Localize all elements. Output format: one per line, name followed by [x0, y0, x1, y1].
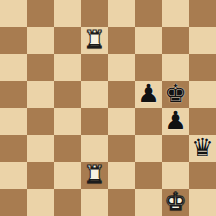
square-h2[interactable] — [189, 162, 216, 189]
square-b2[interactable] — [27, 162, 54, 189]
square-e2[interactable] — [108, 162, 135, 189]
square-f5[interactable]: ♟ — [135, 81, 162, 108]
square-a4[interactable] — [0, 108, 27, 135]
square-a7[interactable] — [0, 27, 27, 54]
square-b1[interactable] — [27, 189, 54, 216]
square-e6[interactable] — [108, 54, 135, 81]
square-b8[interactable] — [27, 0, 54, 27]
square-c8[interactable] — [54, 0, 81, 27]
square-b7[interactable] — [27, 27, 54, 54]
square-a2[interactable] — [0, 162, 27, 189]
square-h8[interactable] — [189, 0, 216, 27]
square-c5[interactable] — [54, 81, 81, 108]
piece-white-king-g1[interactable]: ♚ — [164, 188, 186, 215]
square-b3[interactable] — [27, 135, 54, 162]
square-e4[interactable] — [108, 108, 135, 135]
square-c4[interactable] — [54, 108, 81, 135]
square-h7[interactable] — [189, 27, 216, 54]
square-b5[interactable] — [27, 81, 54, 108]
square-g3[interactable] — [162, 135, 189, 162]
square-h3[interactable]: ♛ — [189, 135, 216, 162]
square-g2[interactable] — [162, 162, 189, 189]
square-c3[interactable] — [54, 135, 81, 162]
square-g8[interactable] — [162, 0, 189, 27]
piece-white-rook-d2[interactable]: ♜ — [83, 161, 105, 188]
square-d1[interactable] — [81, 189, 108, 216]
square-h5[interactable] — [189, 81, 216, 108]
square-d5[interactable] — [81, 81, 108, 108]
square-g4[interactable]: ♟ — [162, 108, 189, 135]
square-f6[interactable] — [135, 54, 162, 81]
piece-black-pawn-g4[interactable]: ♟ — [164, 107, 186, 134]
square-c7[interactable] — [54, 27, 81, 54]
square-a6[interactable] — [0, 54, 27, 81]
square-b4[interactable] — [27, 108, 54, 135]
square-a8[interactable] — [0, 0, 27, 27]
square-f1[interactable] — [135, 189, 162, 216]
square-e1[interactable] — [108, 189, 135, 216]
square-f2[interactable] — [135, 162, 162, 189]
square-g6[interactable] — [162, 54, 189, 81]
square-d8[interactable] — [81, 0, 108, 27]
square-a3[interactable] — [0, 135, 27, 162]
square-a1[interactable] — [0, 189, 27, 216]
square-d7[interactable]: ♜ — [81, 27, 108, 54]
piece-white-rook-d7[interactable]: ♜ — [83, 26, 105, 53]
square-e5[interactable] — [108, 81, 135, 108]
square-c6[interactable] — [54, 54, 81, 81]
piece-black-queen-h3[interactable]: ♛ — [191, 134, 213, 161]
piece-black-pawn-f5[interactable]: ♟ — [137, 80, 159, 107]
square-a5[interactable] — [0, 81, 27, 108]
square-d2[interactable]: ♜ — [81, 162, 108, 189]
square-d6[interactable] — [81, 54, 108, 81]
square-g1[interactable]: ♚ — [162, 189, 189, 216]
square-g5[interactable]: ♚ — [162, 81, 189, 108]
square-h1[interactable] — [189, 189, 216, 216]
square-c1[interactable] — [54, 189, 81, 216]
square-g7[interactable] — [162, 27, 189, 54]
square-f7[interactable] — [135, 27, 162, 54]
square-b6[interactable] — [27, 54, 54, 81]
square-f8[interactable] — [135, 0, 162, 27]
square-e8[interactable] — [108, 0, 135, 27]
square-h4[interactable] — [189, 108, 216, 135]
square-f4[interactable] — [135, 108, 162, 135]
square-d3[interactable] — [81, 135, 108, 162]
square-h6[interactable] — [189, 54, 216, 81]
piece-black-king-g5[interactable]: ♚ — [164, 80, 186, 107]
square-c2[interactable] — [54, 162, 81, 189]
square-e7[interactable] — [108, 27, 135, 54]
chess-board: ♜♟♚♟♛♜♚ — [0, 0, 216, 216]
square-d4[interactable] — [81, 108, 108, 135]
square-f3[interactable] — [135, 135, 162, 162]
square-e3[interactable] — [108, 135, 135, 162]
